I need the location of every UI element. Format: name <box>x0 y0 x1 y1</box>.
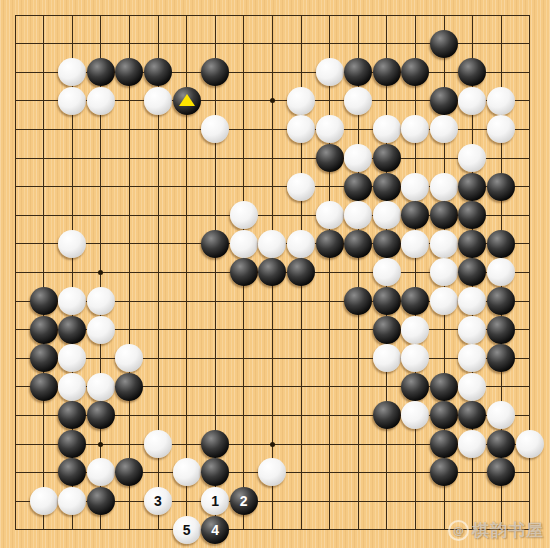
stone-white <box>401 230 429 258</box>
stone-white <box>287 173 315 201</box>
stone-black <box>487 344 515 372</box>
stone-white <box>487 401 515 429</box>
stone-black <box>373 401 401 429</box>
stone-black <box>430 30 458 58</box>
stone-black <box>458 58 486 86</box>
stone-black <box>401 201 429 229</box>
stone-black <box>115 373 143 401</box>
stone-black <box>458 401 486 429</box>
stones-grid: 31254 <box>1 1 544 544</box>
stone-black <box>258 258 286 286</box>
move-number: 4 <box>211 523 219 537</box>
stone-black <box>316 144 344 172</box>
move-number: 2 <box>240 494 248 508</box>
move-number: 1 <box>211 494 219 508</box>
stone-black <box>373 173 401 201</box>
stone-black <box>316 230 344 258</box>
stone-white <box>316 58 344 86</box>
stone-white <box>458 430 486 458</box>
move-number: 3 <box>154 494 162 508</box>
stone-black <box>430 87 458 115</box>
stone-white <box>401 316 429 344</box>
stone-white <box>173 458 201 486</box>
stone-white <box>344 144 372 172</box>
stone-black <box>458 173 486 201</box>
stone-white <box>258 458 286 486</box>
stone-black <box>430 458 458 486</box>
stone-white <box>458 144 486 172</box>
stone-white <box>487 258 515 286</box>
stone-white <box>316 115 344 143</box>
stone-black <box>487 173 515 201</box>
stone-black <box>458 258 486 286</box>
stone-white <box>458 344 486 372</box>
stone-black <box>401 58 429 86</box>
stone-black <box>430 373 458 401</box>
stone-white <box>401 401 429 429</box>
stone-black <box>58 401 86 429</box>
stone-white <box>316 201 344 229</box>
stone-black <box>401 287 429 315</box>
stone-white <box>401 344 429 372</box>
stone-white <box>144 430 172 458</box>
stone-white <box>458 287 486 315</box>
stone-white <box>87 373 115 401</box>
stone-black <box>201 230 229 258</box>
stone-white <box>87 287 115 315</box>
stone-white <box>487 87 515 115</box>
stone-white <box>401 115 429 143</box>
stone-black <box>58 430 86 458</box>
stone-black <box>287 258 315 286</box>
stone-black <box>201 430 229 458</box>
stone-black <box>430 201 458 229</box>
stone-black <box>373 144 401 172</box>
stone-black <box>430 401 458 429</box>
stone-black <box>373 230 401 258</box>
stone-white <box>58 487 86 515</box>
stone-white <box>230 201 258 229</box>
stone-white <box>287 230 315 258</box>
stone-black <box>430 430 458 458</box>
stone-black <box>487 230 515 258</box>
stone-white <box>58 344 86 372</box>
stone-black <box>115 458 143 486</box>
stone-white <box>373 201 401 229</box>
stone-white <box>30 487 58 515</box>
stone-white <box>115 344 143 372</box>
stone-white <box>87 87 115 115</box>
stone-black <box>487 316 515 344</box>
stone-black: 4 <box>201 516 229 544</box>
stone-black <box>373 316 401 344</box>
stone-black <box>87 58 115 86</box>
stone-white <box>373 344 401 372</box>
stone-black <box>458 201 486 229</box>
stone-black <box>30 287 58 315</box>
stone-white <box>344 201 372 229</box>
stone-black <box>373 287 401 315</box>
stone-white <box>258 230 286 258</box>
stone-white <box>373 115 401 143</box>
stone-white <box>516 430 544 458</box>
triangle-marker-icon <box>179 94 195 106</box>
stone-black <box>487 287 515 315</box>
stone-black <box>201 58 229 86</box>
stone-white <box>87 316 115 344</box>
stone-white <box>144 87 172 115</box>
stone-black <box>58 316 86 344</box>
stone-black <box>30 373 58 401</box>
move-number: 5 <box>183 523 191 537</box>
stone-white <box>201 115 229 143</box>
stone-black <box>87 401 115 429</box>
stone-black <box>58 458 86 486</box>
stone-white <box>458 373 486 401</box>
stone-black <box>487 430 515 458</box>
stone-white <box>58 58 86 86</box>
stone-white <box>430 115 458 143</box>
stone-white <box>373 258 401 286</box>
stone-black <box>30 344 58 372</box>
stone-black <box>173 87 201 115</box>
stone-white <box>58 230 86 258</box>
stone-white: 3 <box>144 487 172 515</box>
stone-black <box>344 58 372 86</box>
stone-white <box>430 173 458 201</box>
stone-black <box>401 373 429 401</box>
stone-black <box>230 258 258 286</box>
stone-white <box>287 87 315 115</box>
stone-white <box>430 258 458 286</box>
stone-white <box>487 115 515 143</box>
stone-white: 1 <box>201 487 229 515</box>
stone-white <box>287 115 315 143</box>
stone-black <box>30 316 58 344</box>
stone-white <box>58 373 86 401</box>
stone-white <box>344 87 372 115</box>
stone-black <box>344 287 372 315</box>
stone-black <box>144 58 172 86</box>
stone-white: 5 <box>173 516 201 544</box>
stone-white <box>430 287 458 315</box>
stone-white <box>430 230 458 258</box>
stone-black <box>344 230 372 258</box>
stone-black <box>115 58 143 86</box>
stone-black: 2 <box>230 487 258 515</box>
stone-white <box>230 230 258 258</box>
stone-black <box>201 458 229 486</box>
stone-white <box>58 87 86 115</box>
stone-black <box>87 487 115 515</box>
stone-white <box>87 458 115 486</box>
stone-white <box>401 173 429 201</box>
stone-black <box>344 173 372 201</box>
stone-white <box>458 87 486 115</box>
stone-black <box>487 458 515 486</box>
go-board[interactable]: 31254 @ 棋韵书屋 <box>0 0 550 548</box>
stone-white <box>58 287 86 315</box>
stone-black <box>373 58 401 86</box>
stone-white <box>458 316 486 344</box>
stone-black <box>458 230 486 258</box>
